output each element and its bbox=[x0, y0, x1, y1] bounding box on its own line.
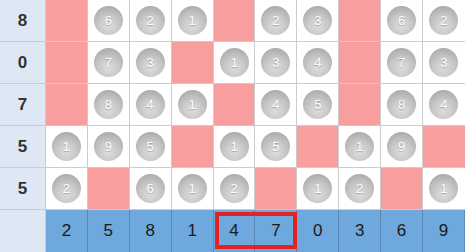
miss-cell: 8 bbox=[381, 84, 423, 126]
row-label-1: 0 bbox=[0, 42, 46, 84]
miss-count-ball: 2 bbox=[261, 6, 290, 35]
miss-cell: 7 bbox=[381, 42, 423, 84]
miss-count-ball: 4 bbox=[261, 90, 290, 119]
miss-count-ball: 1 bbox=[429, 174, 458, 203]
miss-count-ball: 4 bbox=[429, 90, 458, 119]
hit-cell bbox=[214, 0, 256, 42]
miss-count-ball: 6 bbox=[136, 174, 165, 203]
miss-count-ball: 5 bbox=[261, 132, 290, 161]
miss-cell: 4 bbox=[297, 42, 339, 84]
miss-count-ball: 4 bbox=[136, 90, 165, 119]
miss-count-ball: 7 bbox=[387, 48, 416, 77]
miss-count-ball: 2 bbox=[52, 174, 81, 203]
miss-cell: 5 bbox=[255, 126, 297, 168]
row-label-2: 7 bbox=[0, 84, 46, 126]
column-header-5[interactable]: 5 bbox=[88, 210, 130, 252]
miss-count-ball: 6 bbox=[387, 6, 416, 35]
miss-count-ball: 7 bbox=[94, 48, 123, 77]
miss-count-ball: 4 bbox=[303, 48, 332, 77]
miss-count-ball: 1 bbox=[220, 132, 249, 161]
miss-count-ball: 8 bbox=[387, 90, 416, 119]
column-header-1[interactable]: 1 bbox=[172, 210, 214, 252]
miss-count-ball: 9 bbox=[387, 132, 416, 161]
miss-cell: 9 bbox=[88, 126, 130, 168]
miss-count-ball: 3 bbox=[136, 48, 165, 77]
column-header-3[interactable]: 3 bbox=[339, 210, 381, 252]
hit-cell bbox=[381, 168, 423, 210]
hit-cell bbox=[297, 126, 339, 168]
miss-cell: 2 bbox=[46, 168, 88, 210]
miss-count-ball: 1 bbox=[178, 6, 207, 35]
miss-cell: 1 bbox=[172, 0, 214, 42]
miss-count-ball: 2 bbox=[429, 6, 458, 35]
hit-cell bbox=[255, 168, 297, 210]
miss-count-ball: 1 bbox=[345, 132, 374, 161]
hit-cell bbox=[88, 168, 130, 210]
miss-count-ball: 3 bbox=[261, 48, 290, 77]
miss-cell: 1 bbox=[214, 126, 256, 168]
miss-cell: 7 bbox=[88, 42, 130, 84]
miss-cell: 9 bbox=[381, 126, 423, 168]
miss-count-ball: 3 bbox=[303, 6, 332, 35]
miss-cell: 2 bbox=[214, 168, 256, 210]
footer-corner bbox=[0, 210, 46, 252]
miss-count-ball: 9 bbox=[94, 132, 123, 161]
column-header-8[interactable]: 8 bbox=[130, 210, 172, 252]
miss-cell: 4 bbox=[255, 84, 297, 126]
miss-cell: 2 bbox=[255, 0, 297, 42]
miss-cell: 3 bbox=[130, 42, 172, 84]
miss-cell: 1 bbox=[172, 84, 214, 126]
miss-cell: 1 bbox=[214, 42, 256, 84]
hit-cell bbox=[172, 126, 214, 168]
hit-cell bbox=[339, 42, 381, 84]
miss-count-ball: 1 bbox=[303, 174, 332, 203]
miss-count-ball: 2 bbox=[220, 174, 249, 203]
hit-cell bbox=[172, 42, 214, 84]
miss-cell: 2 bbox=[130, 0, 172, 42]
column-header-9[interactable]: 9 bbox=[423, 210, 465, 252]
miss-cell: 2 bbox=[423, 0, 465, 42]
miss-cell: 4 bbox=[423, 84, 465, 126]
miss-cell: 2 bbox=[339, 168, 381, 210]
miss-count-ball: 2 bbox=[345, 174, 374, 203]
miss-count-ball: 5 bbox=[303, 90, 332, 119]
column-header-0[interactable]: 0 bbox=[297, 210, 339, 252]
miss-count-ball: 5 bbox=[136, 132, 165, 161]
miss-count-ball: 1 bbox=[178, 90, 207, 119]
hit-cell bbox=[339, 84, 381, 126]
hit-cell bbox=[339, 0, 381, 42]
lottery-trend-board: 8621236207313473784145845195151952612121… bbox=[0, 0, 465, 252]
hit-cell bbox=[423, 126, 465, 168]
miss-count-ball: 1 bbox=[178, 174, 207, 203]
column-header-6[interactable]: 6 bbox=[381, 210, 423, 252]
miss-cell: 5 bbox=[297, 84, 339, 126]
miss-cell: 1 bbox=[423, 168, 465, 210]
hit-cell bbox=[46, 84, 88, 126]
miss-cell: 1 bbox=[46, 126, 88, 168]
hit-cell bbox=[46, 0, 88, 42]
row-label-4: 5 bbox=[0, 168, 46, 210]
hit-cell bbox=[214, 84, 256, 126]
hit-cell bbox=[46, 42, 88, 84]
miss-cell: 1 bbox=[172, 168, 214, 210]
miss-cell: 3 bbox=[297, 0, 339, 42]
miss-count-ball: 2 bbox=[136, 6, 165, 35]
row-label-3: 5 bbox=[0, 126, 46, 168]
miss-count-ball: 8 bbox=[94, 90, 123, 119]
miss-count-ball: 3 bbox=[429, 48, 458, 77]
column-header-7[interactable]: 7 bbox=[255, 210, 297, 252]
miss-count-ball: 1 bbox=[52, 132, 81, 161]
miss-count-ball: 6 bbox=[94, 6, 123, 35]
miss-cell: 5 bbox=[130, 126, 172, 168]
miss-cell: 1 bbox=[339, 126, 381, 168]
miss-cell: 3 bbox=[255, 42, 297, 84]
miss-cell: 3 bbox=[423, 42, 465, 84]
miss-cell: 1 bbox=[297, 168, 339, 210]
column-header-4[interactable]: 4 bbox=[214, 210, 256, 252]
miss-cell: 8 bbox=[88, 84, 130, 126]
miss-count-ball: 1 bbox=[220, 48, 249, 77]
row-label-0: 8 bbox=[0, 0, 46, 42]
miss-cell: 6 bbox=[130, 168, 172, 210]
miss-cell: 4 bbox=[130, 84, 172, 126]
column-header-2[interactable]: 2 bbox=[46, 210, 88, 252]
miss-cell: 6 bbox=[88, 0, 130, 42]
miss-cell: 6 bbox=[381, 0, 423, 42]
